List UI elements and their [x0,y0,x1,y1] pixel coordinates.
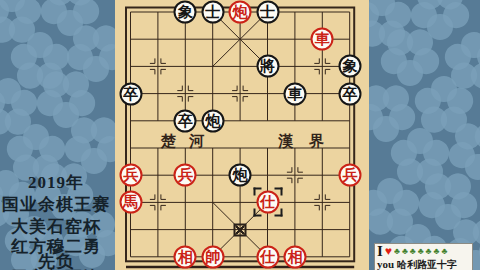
piece-black-chariot[interactable]: 車 [283,82,306,105]
piece-black-elephant[interactable]: 象 [174,1,197,24]
xiangqi-board[interactable]: 楚河 漢界 象士炮士車將象卒車卒卒炮兵兵炮兵馬仕相帥仕相 [115,0,369,270]
last-move-origin-marker [234,223,247,236]
piece-black-soldier[interactable]: 卒 [174,109,197,132]
plant-icons: ♣♣♣♣♣♣♣ [394,246,449,256]
piece-red-general[interactable]: 帥 [201,245,224,268]
piece-red-elephant[interactable]: 相 [174,245,197,268]
piece-red-cannon[interactable]: 炮 [229,1,252,24]
piece-black-advisor[interactable]: 士 [201,1,224,24]
piece-black-elephant[interactable]: 象 [338,55,361,78]
piece-black-cannon[interactable]: 炮 [229,164,252,187]
piece-black-cannon[interactable]: 炮 [201,109,224,132]
piece-red-advisor[interactable]: 仕 [256,191,279,214]
piece-black-soldier[interactable]: 卒 [119,82,142,105]
caption-line: 国业余棋王赛 [0,193,119,216]
piece-black-soldier[interactable]: 卒 [338,82,361,105]
piece-red-elephant[interactable]: 相 [283,245,306,268]
piece-red-horse[interactable]: 馬 [119,191,142,214]
river-label-left: 楚河 [160,133,217,149]
piece-red-advisor[interactable]: 仕 [256,245,279,268]
watermark-you: you [377,258,394,270]
watermark-text: 哈利路亚十字 [397,259,457,270]
watermark-box: I ♥ ♣♣♣♣♣♣♣ you 哈利路亚十字 [374,243,473,270]
caption-line: 2019年 [0,171,119,194]
piece-red-soldier[interactable]: 兵 [119,164,142,187]
watermark-i: I [377,243,383,260]
watermark-line1: I ♥ ♣♣♣♣♣♣♣ [377,244,470,258]
screenshot-root: 楚河 漢界 象士炮士車將象卒車卒卒炮兵兵炮兵馬仕相帥仕相 2019年国业余棋王赛… [0,0,480,270]
piece-red-soldier[interactable]: 兵 [174,164,197,187]
watermark-line2: you 哈利路亚十字 [377,258,470,270]
river-label-right: 漢界 [278,133,340,149]
piece-black-general[interactable]: 將 [256,55,279,78]
piece-red-chariot[interactable]: 車 [311,28,334,51]
heart-icon: ♥ [385,244,392,259]
piece-black-advisor[interactable]: 士 [256,1,279,24]
caption-line: 黑方杨军峰 [0,266,119,270]
piece-red-soldier[interactable]: 兵 [338,164,361,187]
